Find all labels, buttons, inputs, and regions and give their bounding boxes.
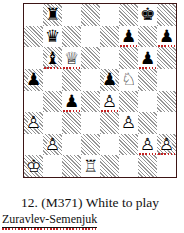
square-d4: [81, 91, 100, 113]
square-e3: [100, 112, 119, 134]
square-b5: [43, 69, 62, 91]
black-king-g8: ♚: [139, 6, 156, 23]
square-a4: [24, 91, 43, 113]
square-d1: ♖: [81, 155, 100, 177]
square-h4: [157, 91, 176, 113]
square-c2: [62, 134, 81, 156]
white-pawn-g2: ♙: [139, 136, 156, 153]
square-b4: [43, 91, 62, 113]
square-h2: ♙: [157, 134, 176, 156]
caption-title: 12. (M371) White to play: [21, 195, 159, 211]
square-f8: [119, 4, 138, 26]
square-a8: [24, 4, 43, 26]
white-pawn-b2: ♙: [44, 136, 61, 153]
white-knight-f5: ♘: [120, 71, 137, 88]
red-squiggle-b6: [44, 67, 61, 69]
square-a1: ♔: [24, 155, 43, 177]
square-f1: [119, 155, 138, 177]
square-e8: [100, 4, 119, 26]
white-pawn-h2: ♙: [158, 136, 175, 153]
red-squiggle-g2: [139, 153, 156, 155]
square-g2: ♙: [138, 134, 157, 156]
red-squiggle-h2: [158, 153, 175, 155]
square-g4: [138, 91, 157, 113]
square-a7: [24, 26, 43, 48]
white-king-a1: ♔: [25, 158, 42, 175]
square-f6: [119, 47, 138, 69]
red-squiggle-e4: [101, 110, 118, 112]
square-e6: [100, 47, 119, 69]
square-g1: [138, 155, 157, 177]
square-b3: [43, 112, 62, 134]
square-f3: ♙: [119, 112, 138, 134]
square-h1: [157, 155, 176, 177]
square-c8: [62, 4, 81, 26]
square-f4: [119, 91, 138, 113]
square-e5: ♟: [100, 69, 119, 91]
square-f5: ♘: [119, 69, 138, 91]
black-queen-b7: ♛: [44, 28, 61, 45]
chess-board: ♜♚♛♟♟♝♕♟♟♟♘♟♙♙♙♙♙♙♔♖: [23, 3, 177, 178]
square-d3: [81, 112, 100, 134]
black-pawn-g6: ♟: [139, 50, 156, 67]
square-h6: [157, 47, 176, 69]
square-a5: ♟: [24, 69, 43, 91]
square-e2: [100, 134, 119, 156]
square-a6: [24, 47, 43, 69]
black-pawn-a5: ♟: [25, 71, 42, 88]
square-e1: [100, 155, 119, 177]
black-pawn-e5: ♟: [101, 71, 118, 88]
square-a2: [24, 134, 43, 156]
black-rook-b8: ♜: [44, 6, 61, 23]
square-d2: [81, 134, 100, 156]
red-squiggle-g6: [139, 67, 156, 69]
square-a3: ♙: [24, 112, 43, 134]
red-squiggle-h7: [158, 45, 175, 47]
square-d5: [81, 69, 100, 91]
square-c6: ♕: [62, 47, 81, 69]
square-d7: [81, 26, 100, 48]
caption-players: Zuravlev-Semenjuk: [2, 212, 97, 228]
square-b6: ♝: [43, 47, 62, 69]
black-pawn-h7: ♟: [158, 28, 175, 45]
square-b1: [43, 155, 62, 177]
white-pawn-a3: ♙: [25, 114, 42, 131]
red-squiggle-f7: [120, 45, 137, 47]
white-queen-c6: ♕: [63, 50, 80, 67]
square-g7: [138, 26, 157, 48]
square-c3: [62, 112, 81, 134]
square-c4: ♟: [62, 91, 81, 113]
black-pawn-c4: ♟: [63, 93, 80, 110]
black-bishop-b6: ♝: [44, 50, 61, 67]
red-squiggle-c6: [63, 67, 80, 69]
square-g3: [138, 112, 157, 134]
square-c5: [62, 69, 81, 91]
square-g5: [138, 69, 157, 91]
black-pawn-f7: ♟: [120, 28, 137, 45]
square-b2: ♙: [43, 134, 62, 156]
square-h3: [157, 112, 176, 134]
square-e4: ♙: [100, 91, 119, 113]
square-b8: ♜: [43, 4, 62, 26]
square-h8: [157, 4, 176, 26]
square-g8: ♚: [138, 4, 157, 26]
square-d6: [81, 47, 100, 69]
white-pawn-e4: ♙: [101, 93, 118, 110]
square-g6: ♟: [138, 47, 157, 69]
square-c1: [62, 155, 81, 177]
square-d8: [81, 4, 100, 26]
square-c7: [62, 26, 81, 48]
square-h5: [157, 69, 176, 91]
white-pawn-f3: ♙: [120, 114, 137, 131]
square-f2: [119, 134, 138, 156]
white-rook-d1: ♖: [82, 158, 99, 175]
square-e7: [100, 26, 119, 48]
square-f7: ♟: [119, 26, 138, 48]
square-h7: ♟: [157, 26, 176, 48]
red-squiggle-c4: [63, 110, 80, 112]
square-b7: ♛: [43, 26, 62, 48]
